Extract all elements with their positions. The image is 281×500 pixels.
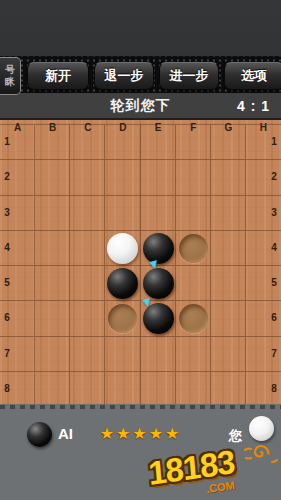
board-cell[interactable]	[35, 266, 70, 301]
board-cell[interactable]	[35, 372, 70, 407]
row-label: 4	[2, 230, 12, 265]
board-cell[interactable]	[211, 196, 246, 231]
turn-text: 轮到您下	[111, 97, 171, 115]
board-cell[interactable]	[211, 337, 246, 372]
new-game-button[interactable]: 新开	[27, 62, 89, 90]
black-stone	[107, 268, 138, 299]
board-cell[interactable]	[105, 196, 140, 231]
row-labels-left: 12345678	[2, 124, 12, 406]
score-display: 4 : 1	[237, 93, 270, 118]
board-cell[interactable]	[141, 231, 176, 266]
row-label: 6	[269, 300, 279, 335]
board-cell[interactable]	[105, 337, 140, 372]
board-grid	[0, 124, 281, 407]
board-cell[interactable]	[176, 337, 211, 372]
board-cell[interactable]	[35, 301, 70, 336]
board-cell[interactable]	[35, 196, 70, 231]
board-cell[interactable]	[70, 196, 105, 231]
board-cell[interactable]	[70, 337, 105, 372]
board-cell[interactable]	[141, 372, 176, 407]
options-button[interactable]: 选项	[224, 62, 281, 90]
board-cell[interactable]	[141, 301, 176, 336]
board-cell[interactable]	[105, 301, 140, 336]
board-cell[interactable]	[70, 231, 105, 266]
row-label: 2	[2, 159, 12, 194]
board-cell[interactable]	[141, 266, 176, 301]
players-panel: AI ★★★★★ 您 18183 .COM	[0, 404, 281, 500]
row-label: 6	[2, 300, 12, 335]
black-stone	[143, 268, 174, 299]
row-label: 3	[269, 195, 279, 230]
legal-move-hint[interactable]	[179, 304, 208, 333]
toolbar: 号眯 新开 退一步 进一步 选项	[0, 56, 281, 93]
legal-move-hint[interactable]	[179, 234, 208, 263]
board-cell[interactable]	[211, 231, 246, 266]
white-stone	[107, 233, 138, 264]
row-label: 5	[269, 265, 279, 300]
board-cell[interactable]	[105, 266, 140, 301]
board-cell[interactable]	[176, 231, 211, 266]
redo-button[interactable]: 进一步	[159, 62, 219, 90]
board-cell[interactable]	[141, 196, 176, 231]
board-cell[interactable]	[176, 160, 211, 195]
column-labels-top: ABCDEFGH	[0, 121, 281, 134]
board-cell[interactable]	[211, 301, 246, 336]
board-cell[interactable]	[176, 301, 211, 336]
board-cell[interactable]	[35, 231, 70, 266]
row-label: 4	[269, 230, 279, 265]
column-label: D	[105, 121, 140, 134]
you-player-label: 您	[229, 427, 242, 445]
column-label: G	[211, 121, 246, 134]
board-cell[interactable]	[70, 372, 105, 407]
column-label: C	[70, 121, 105, 134]
board-cell[interactable]	[211, 372, 246, 407]
row-label: 1	[2, 124, 12, 159]
board-cell[interactable]	[35, 160, 70, 195]
row-label: 7	[269, 336, 279, 371]
board-cell[interactable]	[35, 337, 70, 372]
turn-status-bar: 轮到您下 4 : 1	[0, 93, 281, 119]
board-cell[interactable]	[105, 160, 140, 195]
column-label: E	[141, 121, 176, 134]
board-cell[interactable]	[176, 372, 211, 407]
row-labels-right: 12345678	[269, 124, 279, 406]
board-cell[interactable]	[105, 372, 140, 407]
row-label: 7	[2, 336, 12, 371]
board-cell[interactable]	[70, 301, 105, 336]
reversi-board: ABCDEFGH ABCDEFGH 12345678 12345678	[0, 118, 281, 404]
board-cell[interactable]	[70, 266, 105, 301]
status-bar	[0, 0, 281, 56]
row-label: 1	[269, 124, 279, 159]
side-drawer-tab[interactable]: 号眯	[0, 57, 21, 95]
you-white-stone-icon	[249, 416, 274, 441]
board-cell[interactable]	[176, 266, 211, 301]
board-cell[interactable]	[70, 160, 105, 195]
board-cell[interactable]	[211, 160, 246, 195]
column-label: F	[176, 121, 211, 134]
undo-button[interactable]: 退一步	[94, 62, 154, 90]
black-stone	[143, 233, 174, 264]
board-cell[interactable]	[211, 266, 246, 301]
black-stone	[143, 303, 174, 334]
row-label: 5	[2, 265, 12, 300]
column-label: B	[35, 121, 70, 134]
watermark-suffix: .COM	[205, 479, 235, 495]
row-label: 3	[2, 195, 12, 230]
board-cell[interactable]	[141, 160, 176, 195]
legal-move-hint[interactable]	[108, 304, 137, 333]
row-label: 8	[269, 371, 279, 406]
board-cell[interactable]	[141, 337, 176, 372]
board-cell[interactable]	[176, 196, 211, 231]
row-label: 2	[269, 159, 279, 194]
watermark-text: 18183	[147, 443, 236, 493]
board-cell[interactable]	[105, 231, 140, 266]
side-drawer-tab-label: 号眯	[5, 64, 16, 88]
18183-watermark: 18183 .COM	[146, 434, 281, 500]
row-label: 8	[2, 371, 12, 406]
toolbar-buttons: 新开 退一步 进一步 选项	[27, 62, 281, 90]
